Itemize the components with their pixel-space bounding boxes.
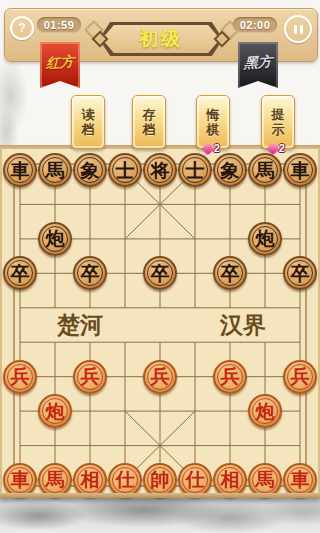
- load-game-button[interactable]: 读档: [71, 95, 105, 149]
- pause-icon: [294, 25, 297, 34]
- piece-black-soldier[interactable]: 卒: [3, 256, 37, 290]
- hint-label: 提示: [271, 107, 286, 137]
- piece-red-cannon[interactable]: 炮: [248, 394, 282, 428]
- xiangqi-game-screen: ? 01:59 初级 02:00 红方 黑方 读档 存档: [0, 0, 320, 533]
- red-side-ribbon: 红方: [40, 42, 80, 88]
- piece-black-horse[interactable]: 馬: [38, 153, 72, 187]
- black-timer: 02:00: [233, 17, 277, 33]
- piece-red-soldier[interactable]: 兵: [213, 360, 247, 394]
- pause-button[interactable]: [284, 15, 312, 43]
- hint-button[interactable]: 提示 2: [261, 95, 295, 149]
- undo-count-badge: 2: [204, 142, 220, 154]
- pause-icon: [300, 25, 303, 34]
- banner-face: 初级: [102, 25, 220, 53]
- level-banner: 初级: [99, 22, 223, 56]
- piece-red-soldier[interactable]: 兵: [143, 360, 177, 394]
- gem-icon: [202, 142, 215, 155]
- piece-red-general[interactable]: 帥: [143, 463, 177, 497]
- undo-move-label: 悔棋: [206, 107, 221, 137]
- piece-black-advisor[interactable]: 士: [108, 153, 142, 187]
- piece-red-chariot[interactable]: 車: [3, 463, 37, 497]
- red-timer: 01:59: [37, 17, 81, 33]
- black-side-label: 黑方: [244, 53, 273, 73]
- piece-black-soldier[interactable]: 卒: [283, 256, 317, 290]
- undo-move-button[interactable]: 悔棋 2: [196, 95, 230, 149]
- red-side-label: 红方: [46, 53, 75, 73]
- load-game-label: 读档: [81, 107, 96, 137]
- hint-count-badge: 2: [269, 142, 285, 154]
- piece-black-soldier[interactable]: 卒: [143, 256, 177, 290]
- piece-black-chariot[interactable]: 車: [3, 153, 37, 187]
- piece-black-advisor[interactable]: 士: [178, 153, 212, 187]
- piece-black-elephant[interactable]: 象: [73, 153, 107, 187]
- piece-black-soldier[interactable]: 卒: [213, 256, 247, 290]
- black-side-ribbon: 黑方: [238, 42, 278, 88]
- save-game-label: 存档: [142, 107, 157, 137]
- piece-black-chariot[interactable]: 車: [283, 153, 317, 187]
- pieces-layer: 車馬象士将士象馬車炮炮卒卒卒卒卒兵兵兵兵兵炮炮車馬相仕帥仕相馬車: [0, 145, 320, 498]
- piece-red-cannon[interactable]: 炮: [38, 394, 72, 428]
- help-icon[interactable]: ?: [10, 16, 34, 40]
- xiangqi-board[interactable]: 楚河 汉界 車馬象士将士象馬車炮炮卒卒卒卒卒兵兵兵兵兵炮炮車馬相仕帥仕相馬車: [0, 145, 320, 498]
- level-label: 初级: [139, 26, 183, 52]
- hint-count: 2: [279, 142, 285, 154]
- piece-black-general[interactable]: 将: [143, 153, 177, 187]
- piece-black-horse[interactable]: 馬: [248, 153, 282, 187]
- piece-red-soldier[interactable]: 兵: [283, 360, 317, 394]
- piece-black-cannon[interactable]: 炮: [248, 222, 282, 256]
- piece-black-cannon[interactable]: 炮: [38, 222, 72, 256]
- piece-black-elephant[interactable]: 象: [213, 153, 247, 187]
- piece-red-horse[interactable]: 馬: [38, 463, 72, 497]
- piece-red-advisor[interactable]: 仕: [178, 463, 212, 497]
- undo-count: 2: [214, 142, 220, 154]
- piece-red-chariot[interactable]: 車: [283, 463, 317, 497]
- banner-frame: 初级: [99, 22, 223, 56]
- piece-red-elephant[interactable]: 相: [213, 463, 247, 497]
- piece-red-advisor[interactable]: 仕: [108, 463, 142, 497]
- piece-red-soldier[interactable]: 兵: [73, 360, 107, 394]
- piece-red-elephant[interactable]: 相: [73, 463, 107, 497]
- piece-red-soldier[interactable]: 兵: [3, 360, 37, 394]
- help-glyph: ?: [18, 21, 25, 35]
- piece-red-horse[interactable]: 馬: [248, 463, 282, 497]
- gem-icon: [267, 142, 280, 155]
- ink-wash-decoration: [0, 495, 320, 533]
- save-game-button[interactable]: 存档: [132, 95, 166, 149]
- piece-black-soldier[interactable]: 卒: [73, 256, 107, 290]
